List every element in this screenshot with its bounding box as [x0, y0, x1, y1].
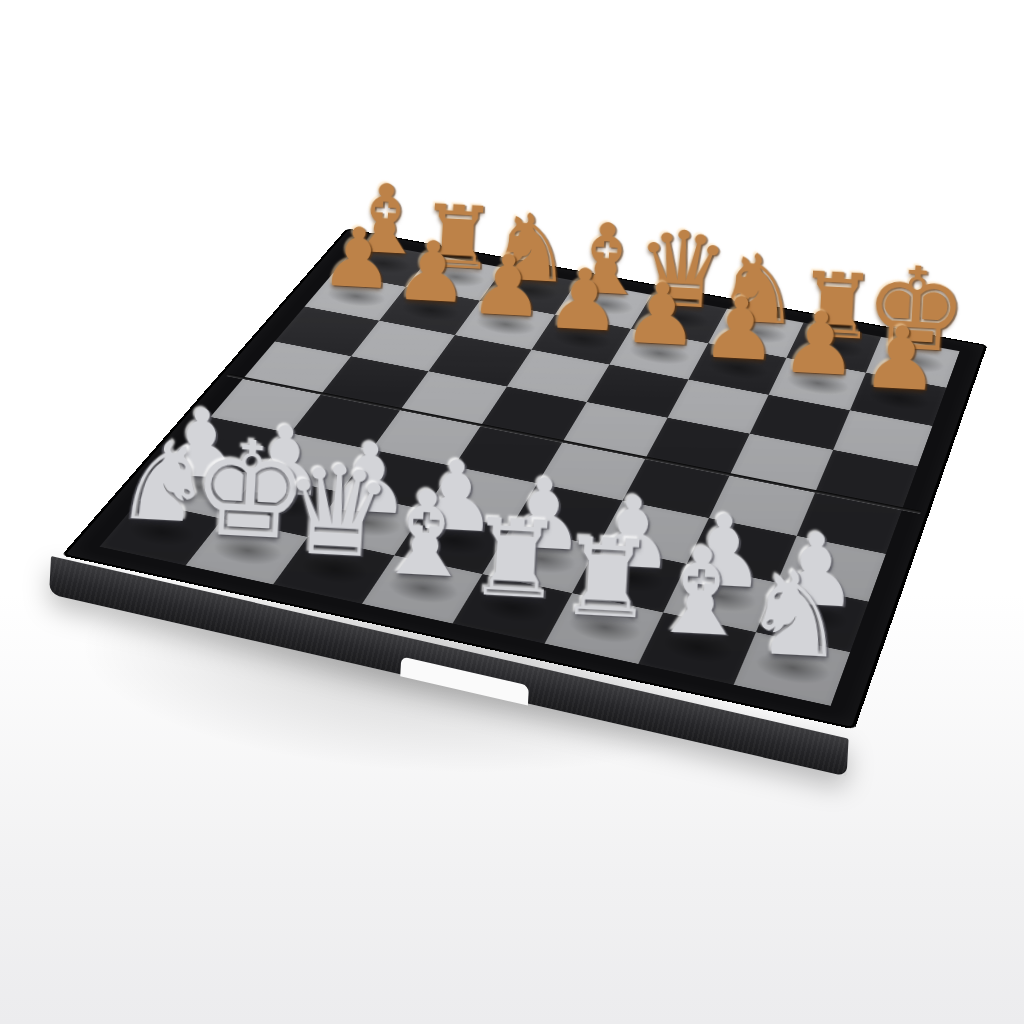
- set-tilt-wrapper: ♝♜♞♝♛♞♜♚♟♟♟♟♟♟♟♟♟♟♟♟♟♟♟♟♞♚♛♝♜♜♝♞: [0, 0, 1024, 1024]
- gold-pawn-icon: ♟: [827, 251, 979, 403]
- product-photo-scene: ♝♜♞♝♛♞♜♚♟♟♟♟♟♟♟♟♟♟♟♟♟♟♟♟♞♚♛♝♜♜♝♞: [0, 0, 1024, 1024]
- chess-board: ♝♜♞♝♛♞♜♚♟♟♟♟♟♟♟♟♟♟♟♟♟♟♟♟♞♚♛♝♜♜♝♞: [61, 228, 987, 729]
- perspective-scene: ♝♜♞♝♛♞♜♚♟♟♟♟♟♟♟♟♟♟♟♟♟♟♟♟♞♚♛♝♜♜♝♞: [0, 0, 1024, 1024]
- silver-knight-icon: ♞: [707, 493, 886, 672]
- board-frame: ♝♜♞♝♛♞♜♚♟♟♟♟♟♟♟♟♟♟♟♟♟♟♟♟♞♚♛♝♜♜♝♞: [61, 228, 987, 729]
- pieces-layer: ♝♜♞♝♛♞♜♚♟♟♟♟♟♟♟♟♟♟♟♟♟♟♟♟♞♚♛♝♜♜♝♞: [100, 242, 960, 706]
